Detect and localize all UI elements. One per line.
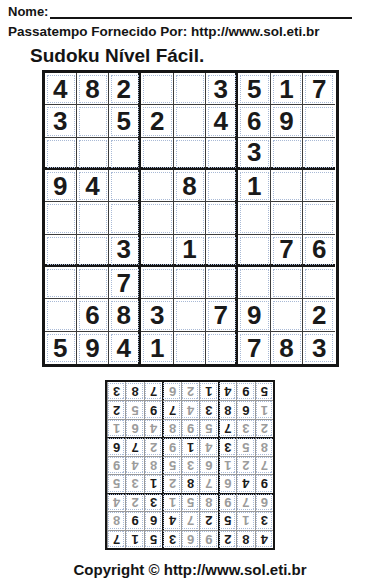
cell-r9c6[interactable] [206,332,238,364]
solution-cell-r1c5: 6 [181,530,199,548]
cell-r8c7: 9 [238,299,270,331]
cell-r6c8: 7 [271,235,303,267]
cell-r1c9: 7 [303,73,335,105]
cell-r7c7[interactable] [238,267,270,299]
solution-cell-r5c7: 8 [144,456,162,474]
solution-cell-r4c2: 4 [236,474,254,492]
cell-r2c5[interactable] [174,105,206,137]
cell-r6c6[interactable] [206,235,238,267]
cell-r6c7[interactable] [238,235,270,267]
cell-r3c7: 3 [238,138,270,170]
solution-cell-r6c2: 5 [236,437,254,455]
cell-r9c1: 5 [45,332,77,364]
solution-cell-r7c6: 8 [162,419,180,437]
solution-cell-r9c3: 4 [218,382,236,400]
solution-cell-r5c5: 3 [181,456,199,474]
cell-r8c6: 7 [206,299,238,331]
solution-cell-r9c4: 1 [199,382,217,400]
cell-r3c6[interactable] [206,138,238,170]
cell-r1c8: 1 [271,73,303,105]
sudoku-grid: 482351735246939481317676837925941783 [42,70,339,367]
solution-cell-r4c4: 7 [199,474,217,492]
cell-r4c3[interactable] [109,170,141,202]
solution-cell-r9c7: 7 [144,382,162,400]
solution-cell-r1c3: 2 [218,530,236,548]
solution-cell-r9c8: 8 [125,382,143,400]
cell-r3c3[interactable] [109,138,141,170]
solution-cell-r8c9: 2 [107,400,125,418]
cell-r8c9: 2 [303,299,335,331]
cell-r1c6: 3 [206,73,238,105]
cell-r8c8[interactable] [271,299,303,331]
solution-cell-r4c7: 1 [144,474,162,492]
cell-r9c3: 4 [109,332,141,364]
solution-cell-r9c6: 6 [162,382,180,400]
solution-cell-r2c5: 7 [181,511,199,529]
solution-cell-r6c4: 4 [199,437,217,455]
cell-r2c1: 3 [45,105,77,137]
cell-r5c7[interactable] [238,202,270,234]
solution-cell-r5c8: 4 [125,456,143,474]
solution-cell-r5c4: 6 [199,456,217,474]
cell-r2c4: 2 [141,105,173,137]
solution-cell-r2c8: 9 [125,511,143,529]
cell-r1c2: 8 [77,73,109,105]
cell-r3c4[interactable] [141,138,173,170]
solution-cell-r8c3: 8 [218,400,236,418]
solution-cell-r2c1: 3 [255,511,273,529]
solution-cell-r7c8: 6 [125,419,143,437]
cell-r3c1[interactable] [45,138,77,170]
solution-cell-r4c1: 9 [255,474,273,492]
cell-r9c5[interactable] [174,332,206,364]
name-label: Nome: [8,4,48,19]
solution-cell-r7c9: 1 [107,419,125,437]
solution-cell-r8c6: 7 [162,400,180,418]
solution-cell-r6c1: 8 [255,437,273,455]
cell-r4c4[interactable] [141,170,173,202]
solution-cell-r5c9: 9 [107,456,125,474]
solution-cell-r7c5: 9 [181,419,199,437]
cell-r4c1: 9 [45,170,77,202]
cell-r3c8[interactable] [271,138,303,170]
cell-r5c6[interactable] [206,202,238,234]
cell-r8c2: 6 [77,299,109,331]
cell-r1c1: 4 [45,73,77,105]
cell-r3c5[interactable] [174,138,206,170]
cell-r4c9[interactable] [303,170,335,202]
copyright-text: Copyright © http://www.sol.eti.br [0,561,380,578]
solution-cell-r5c1: 7 [255,456,273,474]
cell-r5c1[interactable] [45,202,77,234]
solution-cell-r8c2: 6 [236,400,254,418]
solution-cell-r8c1: 1 [255,400,273,418]
solution-cell-r6c8: 7 [125,437,143,455]
cell-r5c3[interactable] [109,202,141,234]
solution-cell-r4c9: 5 [107,474,125,492]
solution-cell-r2c2: 1 [236,511,254,529]
solution-cell-r8c8: 5 [125,400,143,418]
solution-cell-r1c2: 8 [236,530,254,548]
solution-cell-r9c2: 9 [236,382,254,400]
solution-cell-r3c9: 4 [107,493,125,511]
cell-r6c2[interactable] [77,235,109,267]
solution-cell-r1c9: 7 [107,530,125,548]
cell-r2c9[interactable] [303,105,335,137]
name-input-line[interactable] [50,4,352,19]
cell-r7c3: 7 [109,267,141,299]
solution-cell-r6c5: 1 [181,437,199,455]
solution-cell-r3c2: 7 [236,493,254,511]
cell-r9c2: 9 [77,332,109,364]
solution-cell-r8c5: 4 [181,400,199,418]
solution-cell-r3c5: 5 [181,493,199,511]
solution-cell-r3c1: 6 [255,493,273,511]
page-title: Sudoku Nível Fácil. [30,45,380,67]
cell-r1c4[interactable] [141,73,173,105]
cell-r6c1[interactable] [45,235,77,267]
cell-r9c9: 3 [303,332,335,364]
cell-r2c8: 9 [271,105,303,137]
sudoku-sheet: Nome: Passatempo Fornecido Por: http://w… [0,4,380,578]
solution-cell-r2c4: 2 [199,511,217,529]
cell-r7c9[interactable] [303,267,335,299]
cell-r7c8[interactable] [271,267,303,299]
cell-r4c7: 1 [238,170,270,202]
solution-cell-r7c4: 5 [199,419,217,437]
solution-cell-r3c8: 2 [125,493,143,511]
cell-r9c8: 8 [271,332,303,364]
solution-cell-r8c7: 9 [144,400,162,418]
cell-r1c3: 2 [109,73,141,105]
solution-cell-r2c3: 5 [218,511,236,529]
solution-cell-r7c7: 4 [144,419,162,437]
cell-r7c5[interactable] [174,267,206,299]
cell-r5c9[interactable] [303,202,335,234]
cell-r5c8[interactable] [271,202,303,234]
solution-cell-r5c6: 5 [162,456,180,474]
solution-cell-r1c4: 9 [199,530,217,548]
solution-cell-r4c3: 6 [218,474,236,492]
cell-r8c1[interactable] [45,299,77,331]
cell-r2c3: 5 [109,105,141,137]
solution-cell-r9c5: 2 [181,382,199,400]
cell-r7c2[interactable] [77,267,109,299]
solution-cell-r6c6: 9 [162,437,180,455]
solution-cell-r9c1: 5 [255,382,273,400]
cell-r4c6[interactable] [206,170,238,202]
solution-cell-r6c9: 6 [107,437,125,455]
solution-cell-r7c3: 7 [218,419,236,437]
solution-cell-r3c6: 1 [162,493,180,511]
solution-cell-r1c6: 3 [162,530,180,548]
solution-cell-r4c6: 2 [162,474,180,492]
cell-r9c7: 7 [238,332,270,364]
cell-r5c2[interactable] [77,202,109,234]
cell-r8c5[interactable] [174,299,206,331]
solution-cell-r3c4: 8 [199,493,217,511]
solution-cell-r5c2: 2 [236,456,254,474]
solution-grid: 4829635173152746986798513249467821357216… [105,380,275,550]
solution-cell-r2c7: 6 [144,511,162,529]
cell-r9c4: 1 [141,332,173,364]
cell-r6c3: 3 [109,235,141,267]
solution-cell-r6c7: 2 [144,437,162,455]
cell-r7c4[interactable] [141,267,173,299]
solution-cell-r9c9: 3 [107,382,125,400]
solution-cell-r8c4: 3 [199,400,217,418]
cell-r8c4: 3 [141,299,173,331]
cell-r1c7: 5 [238,73,270,105]
cell-r7c6[interactable] [206,267,238,299]
solution-cell-r2c6: 4 [162,511,180,529]
cell-r4c2: 4 [77,170,109,202]
cell-r4c8[interactable] [271,170,303,202]
solution-cell-r3c7: 3 [144,493,162,511]
cell-r5c5[interactable] [174,202,206,234]
solution-cell-r2c9: 8 [107,511,125,529]
solution-cell-r7c1: 2 [255,419,273,437]
cell-r8c3: 8 [109,299,141,331]
solution-cell-r1c7: 5 [144,530,162,548]
solution-cell-r4c8: 3 [125,474,143,492]
cell-r1c5[interactable] [174,73,206,105]
cell-r2c6: 4 [206,105,238,137]
solution-cell-r3c3: 9 [218,493,236,511]
cell-r4c5: 8 [174,170,206,202]
solution-cell-r4c5: 8 [181,474,199,492]
cell-r6c4[interactable] [141,235,173,267]
name-row: Nome: [8,4,352,19]
solution-cell-r1c1: 4 [255,530,273,548]
cell-r3c2[interactable] [77,138,109,170]
cell-r5c4[interactable] [141,202,173,234]
cell-r2c2[interactable] [77,105,109,137]
cell-r3c9[interactable] [303,138,335,170]
solution-cell-r1c8: 1 [125,530,143,548]
solution-cell-r7c2: 3 [236,419,254,437]
solution-cell-r5c3: 1 [218,456,236,474]
cell-r2c7: 6 [238,105,270,137]
cell-r6c5: 1 [174,235,206,267]
cell-r6c9: 6 [303,235,335,267]
provided-by-text: Passatempo Fornecido Por: http://www.sol… [8,24,372,39]
solution-cell-r6c3: 3 [218,437,236,455]
cell-r7c1[interactable] [45,267,77,299]
